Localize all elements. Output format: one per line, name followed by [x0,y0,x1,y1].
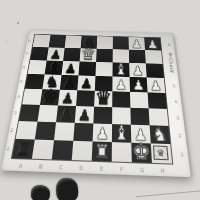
rank-label-4: 4 [15,88,21,104]
square-e4: ♛ [94,91,112,107]
square-h1: ♛ [151,143,172,163]
rank-label-7: 7 [24,47,29,60]
square-h8: ♟ [144,38,161,51]
piece-white-king-g1: ♚ [132,139,152,163]
piece-black-pawn-d3: ♟ [77,108,91,124]
square-d2 [73,123,93,142]
square-b4: ♚ [40,89,60,105]
square-c4: ♟ [58,90,77,106]
piece-white-pawn-g5: ♟ [132,78,145,92]
square-g5: ♟ [130,77,148,92]
piece-black-pawn-d5: ♟ [80,77,93,91]
rank-label-8: 8 [167,38,171,51]
piece-black-pawn-c4: ♟ [61,91,75,106]
rank-label-2: 2 [177,126,182,144]
file-label-g: G [132,165,153,174]
square-f2: ♝ [112,124,131,143]
crown-logo-icon: ♛ [153,145,169,160]
piece-black-rook-a1: ♜ [14,140,32,159]
square-c7 [63,48,81,62]
square-d6 [78,61,96,75]
piece-black-pawn-c6: ♟ [64,62,77,75]
piece-white-pawn-f5: ♟ [115,78,127,92]
piece-black-king-b4: ♚ [40,86,59,105]
piece-black-pawn-c5: ♟ [62,76,76,90]
square-b3 [37,105,58,122]
square-e6 [95,62,112,77]
rank-label-2: 2 [9,121,16,139]
piece-white-bishop-f2: ♝ [113,123,129,143]
square-f5: ♟ [112,76,130,91]
piece-white-pawn-h8: ♟ [147,39,159,51]
photo-scene: ♞♟♟♟♛♝♟♝♟♞♟♟♟♟♟♚♟♛♟♟♟♝♟♞♜♜♚♛ ABCDEFGH 87… [0,0,200,200]
square-g7 [129,50,146,64]
rank-label-5: 5 [172,78,177,93]
square-g4 [130,92,149,108]
square-g8: ♟ [129,37,145,50]
square-g3 [130,108,149,126]
square-h5: ♟ [147,77,166,92]
square-g6: ♟ [129,63,146,78]
brand-text: ♛ Chess [167,51,176,72]
file-label-c: C [50,163,71,172]
square-b8 [49,35,66,48]
rank-label-1: 1 [179,144,185,164]
square-h7 [145,50,162,64]
square-f6: ♝ [113,62,130,77]
square-c2 [54,122,75,141]
board-border: ♞♟♟♟♛♝♟♝♟♞♟♟♟♟♟♚♟♛♟♟♟♝♟♞♜♜♚♛ ABCDEFGH 87… [1,29,191,177]
piece-black-pawn-c3: ♟ [59,107,73,123]
piece-white-queen-d7: ♛ [80,46,96,62]
square-c5: ♟ [60,75,79,90]
rank-label-1: 1 [5,139,12,158]
square-e8 [97,36,113,49]
rank-label-3: 3 [12,104,18,121]
shoe-right [55,177,79,200]
file-label-a: A [10,161,32,170]
piece-white-knight-h2: ♞ [151,125,168,144]
square-c8 [65,35,82,48]
rank-label-6: 6 [21,60,27,74]
file-label-b: B [30,162,51,171]
piece-white-bishop-f6: ♝ [114,61,129,77]
floor-seam [136,190,200,197]
square-b1 [32,140,54,160]
square-h2: ♞ [150,125,171,144]
piece-black-queen-e4: ♛ [95,88,112,107]
square-d1 [72,141,93,161]
square-f4 [112,91,130,107]
file-label-h: H [152,166,173,175]
square-d5: ♟ [77,75,95,90]
square-e7 [96,49,113,63]
square-h4 [148,92,167,108]
piece-white-pawn-h5: ♟ [149,79,162,93]
square-d4 [76,90,95,106]
square-b2 [35,122,56,141]
piece-white-rook-e1: ♜ [94,142,109,161]
rank-label-5: 5 [19,74,25,89]
rank-label-8: 8 [27,34,32,46]
square-e1: ♜ [92,141,112,161]
square-d7: ♛ [80,48,97,62]
square-e3 [93,107,112,124]
file-label-f: F [112,165,133,174]
square-f1 [112,142,132,162]
square-c1 [52,140,73,160]
piece-white-pawn-g6: ♟ [132,64,145,77]
square-d3: ♟ [75,106,94,123]
board-grid: ♞♟♟♟♛♝♟♝♟♞♟♟♟♟♟♚♟♛♟♟♟♝♟♞♜♜♚♛ [12,35,172,164]
square-g1: ♚ [131,143,152,163]
piece-white-pawn-g8: ♟ [131,38,143,50]
square-f8 [113,37,129,50]
shoe-left [30,184,51,200]
file-label-d: D [71,163,92,172]
square-c6: ♟ [62,61,80,75]
file-label-e: E [91,164,112,173]
rank-label-3: 3 [175,109,180,126]
rank-label-4: 4 [173,93,178,109]
square-c3: ♟ [56,105,76,122]
square-h6 [146,63,164,78]
chess-board: ♞♟♟♟♛♝♟♝♟♞♟♟♟♟♟♚♟♛♟♟♟♝♟♞♜♜♚♛ ABCDEFGH 87… [1,29,191,177]
